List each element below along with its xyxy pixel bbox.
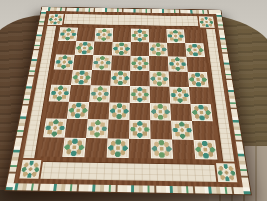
square-g5 bbox=[169, 71, 189, 87]
square-a6 bbox=[54, 54, 75, 69]
square-f2 bbox=[150, 120, 172, 139]
square-c6 bbox=[92, 55, 112, 70]
square-f5 bbox=[149, 71, 169, 87]
square-d8 bbox=[113, 28, 131, 42]
square-e7 bbox=[131, 42, 150, 56]
square-g7 bbox=[167, 42, 186, 56]
square-d5 bbox=[110, 70, 130, 86]
square-d1 bbox=[107, 138, 130, 158]
square-c4 bbox=[89, 85, 110, 102]
square-d7 bbox=[112, 41, 131, 55]
square-g6 bbox=[168, 56, 188, 71]
square-g2 bbox=[171, 121, 193, 140]
square-c2 bbox=[86, 119, 108, 138]
square-c1 bbox=[84, 138, 107, 158]
board-grid bbox=[40, 27, 217, 159]
square-d2 bbox=[108, 119, 130, 138]
square-e6 bbox=[130, 56, 149, 71]
square-d4 bbox=[109, 86, 130, 103]
square-a3 bbox=[46, 101, 69, 119]
corner-rosette-bottom-left bbox=[17, 158, 43, 181]
square-f1 bbox=[151, 139, 174, 159]
square-c7 bbox=[93, 41, 112, 55]
square-h7 bbox=[185, 43, 205, 57]
square-b3 bbox=[67, 101, 89, 119]
square-f4 bbox=[150, 86, 171, 103]
square-b7 bbox=[75, 41, 95, 55]
square-h2 bbox=[192, 121, 215, 140]
square-f6 bbox=[149, 56, 168, 71]
square-h5 bbox=[188, 71, 209, 87]
square-h3 bbox=[190, 103, 212, 121]
square-f3 bbox=[150, 103, 171, 121]
square-c3 bbox=[88, 102, 110, 120]
square-a5 bbox=[51, 69, 73, 85]
square-b2 bbox=[65, 119, 88, 138]
square-c8 bbox=[94, 28, 113, 42]
corner-rosette-bottom-right bbox=[214, 161, 240, 184]
square-b6 bbox=[73, 55, 93, 70]
corner-rosette-top-left bbox=[46, 13, 66, 27]
square-h6 bbox=[186, 57, 206, 72]
square-b1 bbox=[62, 137, 86, 157]
square-b8 bbox=[76, 28, 95, 42]
square-e3 bbox=[129, 102, 150, 120]
square-h1 bbox=[194, 139, 218, 159]
corner-rosette-top-right bbox=[197, 15, 216, 29]
square-f8 bbox=[149, 29, 167, 43]
square-e1 bbox=[129, 138, 151, 158]
square-g3 bbox=[170, 103, 192, 121]
square-f7 bbox=[149, 42, 168, 56]
square-e2 bbox=[129, 120, 150, 139]
square-b4 bbox=[69, 85, 91, 102]
square-e8 bbox=[131, 29, 149, 43]
square-d3 bbox=[109, 102, 130, 120]
square-h8 bbox=[184, 29, 203, 43]
square-a2 bbox=[43, 118, 67, 137]
square-e5 bbox=[130, 70, 150, 86]
square-h4 bbox=[189, 87, 211, 104]
square-d6 bbox=[111, 55, 130, 70]
square-g8 bbox=[166, 29, 185, 43]
square-b5 bbox=[71, 69, 92, 85]
square-c5 bbox=[91, 70, 111, 86]
square-g4 bbox=[169, 87, 190, 104]
square-g1 bbox=[172, 139, 195, 159]
square-a7 bbox=[56, 41, 76, 55]
chess-board bbox=[4, 7, 252, 196]
square-a8 bbox=[58, 27, 78, 41]
square-a1 bbox=[40, 137, 65, 157]
square-a4 bbox=[49, 85, 71, 102]
square-e4 bbox=[130, 86, 150, 103]
